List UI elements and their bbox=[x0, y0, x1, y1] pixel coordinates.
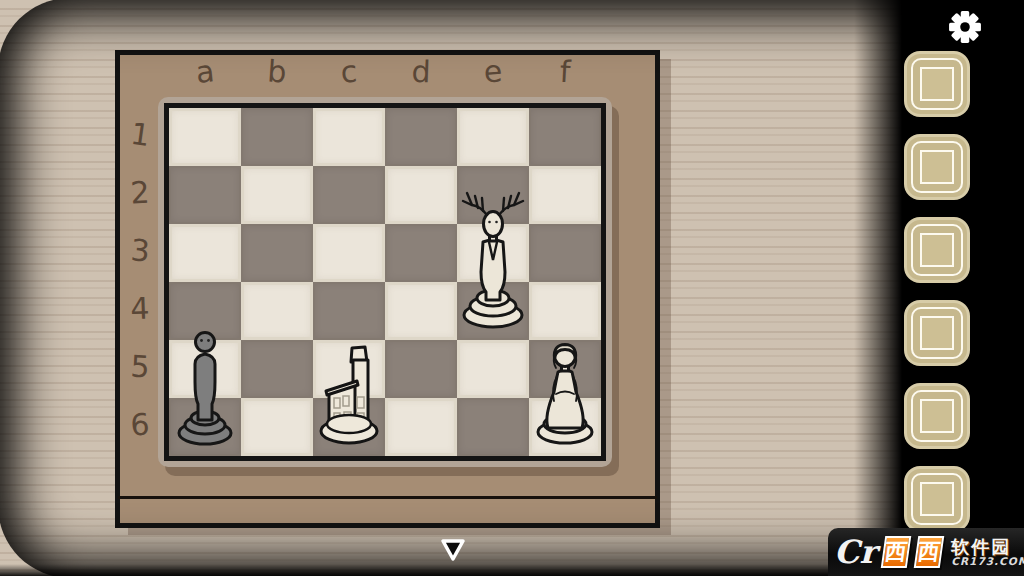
piece-man-statue[interactable] bbox=[169, 322, 241, 448]
rank-label-2: 2 bbox=[119, 165, 162, 225]
square-a1[interactable] bbox=[169, 108, 241, 166]
square-a2[interactable] bbox=[169, 166, 241, 224]
square-f1[interactable] bbox=[529, 108, 601, 166]
gear-icon[interactable] bbox=[948, 10, 982, 44]
file-label-f: f bbox=[528, 50, 602, 94]
square-b5[interactable] bbox=[241, 340, 313, 398]
watermark-site-name: 软件园 bbox=[951, 538, 1024, 556]
watermark-cn-char-2: 西 bbox=[914, 536, 944, 568]
piece-house[interactable] bbox=[313, 334, 385, 448]
square-b1[interactable] bbox=[241, 108, 313, 166]
square-b6[interactable] bbox=[241, 398, 313, 456]
rank-label-6: 6 bbox=[119, 397, 162, 457]
square-c4[interactable] bbox=[313, 282, 385, 340]
file-label-a: a bbox=[167, 48, 243, 95]
inventory-slot-2[interactable] bbox=[904, 134, 970, 200]
inventory-slot-3[interactable] bbox=[904, 217, 970, 283]
inventory-slot-5[interactable] bbox=[904, 383, 970, 449]
square-d1[interactable] bbox=[385, 108, 457, 166]
square-f3[interactable] bbox=[529, 224, 601, 282]
down-arrow-icon[interactable] bbox=[439, 537, 467, 563]
board-grid bbox=[164, 103, 606, 461]
rank-label-4: 4 bbox=[119, 281, 161, 340]
square-c3[interactable] bbox=[313, 224, 385, 282]
game-screen: a b c d e f 1 2 3 4 5 6 bbox=[0, 0, 1024, 576]
square-b4[interactable] bbox=[241, 282, 313, 340]
inventory-slot-6[interactable] bbox=[904, 466, 970, 532]
watermark-logo: Cr bbox=[834, 536, 876, 568]
watermark: Cr 西 西 软件园 CR173.COM bbox=[828, 528, 1024, 576]
inventory-slot-4[interactable] bbox=[904, 300, 970, 366]
file-label-d: d bbox=[384, 51, 457, 93]
square-b2[interactable] bbox=[241, 166, 313, 224]
square-d6[interactable] bbox=[385, 398, 457, 456]
square-b3[interactable] bbox=[241, 224, 313, 282]
square-d5[interactable] bbox=[385, 340, 457, 398]
watermark-cn-char-1: 西 bbox=[881, 536, 911, 568]
rank-label-1: 1 bbox=[116, 105, 164, 168]
square-d4[interactable] bbox=[385, 282, 457, 340]
square-e1[interactable] bbox=[457, 108, 529, 166]
square-e6[interactable] bbox=[457, 398, 529, 456]
square-f2[interactable] bbox=[529, 166, 601, 224]
square-a3[interactable] bbox=[169, 224, 241, 282]
square-d2[interactable] bbox=[385, 166, 457, 224]
piece-deer-man[interactable] bbox=[451, 180, 535, 332]
file-label-e: e bbox=[456, 50, 531, 95]
square-c2[interactable] bbox=[313, 166, 385, 224]
file-label-c: c bbox=[312, 50, 386, 94]
square-d3[interactable] bbox=[385, 224, 457, 282]
square-c1[interactable] bbox=[313, 108, 385, 166]
piece-woman[interactable] bbox=[529, 316, 601, 448]
square-e5[interactable] bbox=[457, 340, 529, 398]
chessboard-ledge-line bbox=[118, 496, 657, 499]
file-label-b: b bbox=[240, 50, 315, 95]
rank-label-5: 5 bbox=[119, 339, 162, 399]
rank-label-3: 3 bbox=[118, 223, 162, 284]
inventory-slot-1[interactable] bbox=[904, 51, 970, 117]
watermark-site-url: CR173.COM bbox=[951, 556, 1024, 567]
